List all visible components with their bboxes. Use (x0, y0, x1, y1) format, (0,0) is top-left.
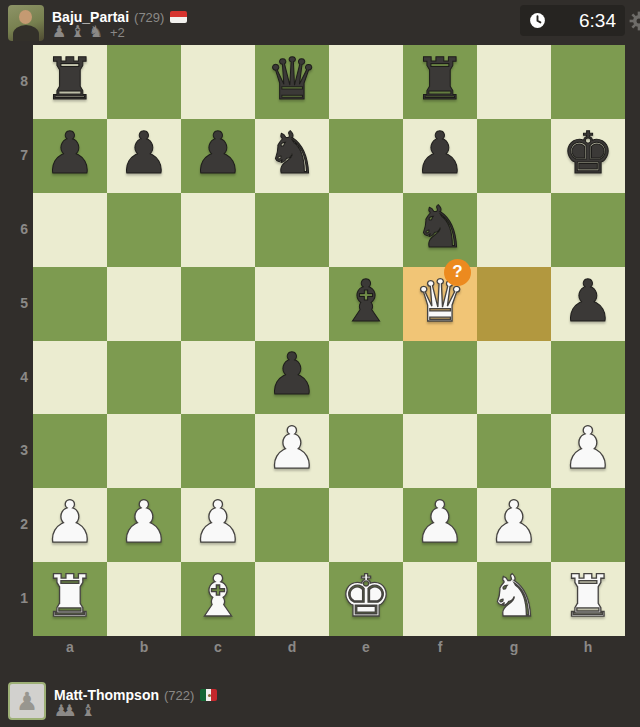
square-h8[interactable] (551, 45, 625, 119)
square-f1[interactable] (403, 562, 477, 636)
square-e2[interactable] (329, 488, 403, 562)
square-a8[interactable]: ♜ (33, 45, 107, 119)
square-d3[interactable]: ♟ (255, 414, 329, 488)
indonesia-flag-icon (170, 11, 187, 23)
square-h5[interactable]: ♟ (551, 267, 625, 341)
pawn-avatar-icon: ♟ (16, 689, 38, 714)
black-rook[interactable]: ♜ (414, 50, 466, 108)
square-g1[interactable]: ♞ (477, 562, 551, 636)
square-d1[interactable] (255, 562, 329, 636)
captured-bishop-icon: ♝ (70, 24, 84, 40)
square-b7[interactable]: ♟ (107, 119, 181, 193)
material-advantage: +2 (110, 25, 125, 40)
square-g3[interactable] (477, 414, 551, 488)
rank-label-8: 8 (0, 73, 28, 89)
top-player-bar: Baju_Partai (729) ♟ ♝ ♞ +2 6:34 (0, 0, 640, 45)
square-g4[interactable] (477, 341, 551, 415)
black-pawn[interactable]: ♟ (266, 345, 318, 403)
square-g8[interactable] (477, 45, 551, 119)
square-g7[interactable] (477, 119, 551, 193)
black-queen[interactable]: ♛ (266, 50, 318, 108)
black-bishop[interactable]: ♝ (340, 272, 392, 330)
black-knight[interactable]: ♞ (414, 198, 466, 256)
square-a4[interactable] (33, 341, 107, 415)
file-label-a: a (33, 639, 107, 655)
rank-label-2: 2 (0, 516, 28, 532)
white-rook[interactable]: ♜ (44, 567, 96, 625)
square-g5[interactable] (477, 267, 551, 341)
white-pawn[interactable]: ♟ (192, 493, 244, 551)
white-pawn[interactable]: ♟ (44, 493, 96, 551)
bottom-captured-pieces: ♟♟ ♝ (54, 703, 99, 719)
square-c2[interactable]: ♟ (181, 488, 255, 562)
white-king[interactable]: ♚ (340, 567, 392, 625)
rank-label-4: 4 (0, 369, 28, 385)
white-pawn[interactable]: ♟ (562, 419, 614, 477)
square-d4[interactable]: ♟ (255, 341, 329, 415)
square-e7[interactable] (329, 119, 403, 193)
square-a2[interactable]: ♟ (33, 488, 107, 562)
captured-knight-icon: ♞ (89, 24, 103, 40)
file-label-d: d (255, 639, 329, 655)
avatar-photo-head (19, 10, 32, 24)
square-e3[interactable] (329, 414, 403, 488)
bottom-player-avatar[interactable]: ♟ (8, 682, 46, 720)
top-player-clock: 6:34 (520, 5, 625, 36)
file-label-h: h (551, 639, 625, 655)
chess-board-area: ♜♛♜♟♟♟♞♟♚♞♝♛♟♟♟♟♟♟♟♟♟♜♝♚♞♜ 87654321abcde… (0, 45, 640, 660)
square-b2[interactable]: ♟ (107, 488, 181, 562)
rank-label-3: 3 (0, 442, 28, 458)
white-pawn[interactable]: ♟ (488, 493, 540, 551)
square-h6[interactable] (551, 193, 625, 267)
file-label-e: e (329, 639, 403, 655)
square-c3[interactable] (181, 414, 255, 488)
top-player-avatar[interactable] (8, 5, 44, 41)
square-a7[interactable]: ♟ (33, 119, 107, 193)
avatar-photo-body (13, 25, 39, 41)
square-a6[interactable] (33, 193, 107, 267)
white-knight[interactable]: ♞ (488, 567, 540, 625)
square-f3[interactable] (403, 414, 477, 488)
rank-label-7: 7 (0, 147, 28, 163)
square-a3[interactable] (33, 414, 107, 488)
white-pawn[interactable]: ♟ (118, 493, 170, 551)
black-pawn[interactable]: ♟ (192, 124, 244, 182)
bottom-player-rating: (722) (164, 688, 194, 703)
square-e4[interactable] (329, 341, 403, 415)
white-rook[interactable]: ♜ (562, 567, 614, 625)
black-pawn[interactable]: ♟ (118, 124, 170, 182)
mistake-annotation-badge: ? (444, 259, 471, 286)
top-player-rating: (729) (134, 10, 164, 25)
square-d6[interactable] (255, 193, 329, 267)
square-h1[interactable]: ♜ (551, 562, 625, 636)
chess-board[interactable]: ♜♛♜♟♟♟♞♟♚♞♝♛♟♟♟♟♟♟♟♟♟♜♝♚♞♜ (33, 45, 625, 636)
square-a1[interactable]: ♜ (33, 562, 107, 636)
square-e5[interactable]: ♝ (329, 267, 403, 341)
rank-label-5: 5 (0, 295, 28, 311)
top-captured-pieces: ♟ ♝ ♞ +2 (52, 24, 125, 40)
square-b8[interactable] (107, 45, 181, 119)
square-b3[interactable] (107, 414, 181, 488)
black-king[interactable]: ♚ (562, 124, 614, 182)
captured-pawn-icon: ♟ (52, 24, 66, 40)
square-h3[interactable]: ♟ (551, 414, 625, 488)
mexico-flag-icon (200, 689, 217, 701)
square-d2[interactable] (255, 488, 329, 562)
square-c4[interactable] (181, 341, 255, 415)
square-c5[interactable] (181, 267, 255, 341)
square-d5[interactable] (255, 267, 329, 341)
square-f6[interactable]: ♞ (403, 193, 477, 267)
square-c8[interactable] (181, 45, 255, 119)
file-label-f: f (403, 639, 477, 655)
white-pawn[interactable]: ♟ (414, 493, 466, 551)
square-b6[interactable] (107, 193, 181, 267)
settings-gear-icon[interactable] (629, 11, 640, 31)
rank-label-1: 1 (0, 590, 28, 606)
square-b4[interactable] (107, 341, 181, 415)
black-pawn[interactable]: ♟ (562, 272, 614, 330)
square-g2[interactable]: ♟ (477, 488, 551, 562)
square-f8[interactable]: ♜ (403, 45, 477, 119)
black-knight[interactable]: ♞ (266, 124, 318, 182)
black-pawn[interactable]: ♟ (414, 124, 466, 182)
file-label-g: g (477, 639, 551, 655)
square-a5[interactable] (33, 267, 107, 341)
square-h2[interactable] (551, 488, 625, 562)
square-e1[interactable]: ♚ (329, 562, 403, 636)
square-h4[interactable] (551, 341, 625, 415)
captured-bishop-icon: ♝ (81, 703, 95, 719)
square-e8[interactable] (329, 45, 403, 119)
top-clock-time: 6:34 (579, 10, 616, 32)
square-b5[interactable] (107, 267, 181, 341)
square-h7[interactable]: ♚ (551, 119, 625, 193)
bottom-player-bar: ♟ Matt-Thompson (722) ♟♟ ♝ 5:41 (0, 676, 640, 727)
square-d8[interactable]: ♛ (255, 45, 329, 119)
white-pawn[interactable]: ♟ (266, 419, 318, 477)
rank-label-6: 6 (0, 221, 28, 237)
square-b1[interactable] (107, 562, 181, 636)
square-c7[interactable]: ♟ (181, 119, 255, 193)
square-f4[interactable] (403, 341, 477, 415)
black-pawn[interactable]: ♟ (44, 124, 96, 182)
square-c6[interactable] (181, 193, 255, 267)
clock-icon (529, 12, 546, 29)
captured-pawns-icon: ♟♟ (54, 703, 77, 719)
square-e6[interactable] (329, 193, 403, 267)
black-rook[interactable]: ♜ (44, 50, 96, 108)
square-d7[interactable]: ♞ (255, 119, 329, 193)
square-c1[interactable]: ♝ (181, 562, 255, 636)
square-f2[interactable]: ♟ (403, 488, 477, 562)
square-f7[interactable]: ♟ (403, 119, 477, 193)
file-label-b: b (107, 639, 181, 655)
file-label-c: c (181, 639, 255, 655)
square-g6[interactable] (477, 193, 551, 267)
white-bishop[interactable]: ♝ (192, 567, 244, 625)
